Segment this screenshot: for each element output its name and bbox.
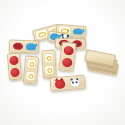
tile-half-apple (9, 55, 19, 67)
sheep-icon (26, 59, 37, 70)
domino-tile-6[interactable] (7, 52, 22, 80)
tile-half-sheep (43, 52, 54, 65)
domino-tile-8[interactable] (41, 50, 56, 79)
apple-icon (10, 67, 20, 77)
domino-tile-9[interactable] (58, 41, 76, 72)
domino-game-photo (0, 0, 125, 125)
sheep-icon (44, 65, 55, 76)
apple-icon (61, 58, 72, 68)
tile-half-sheep (44, 64, 55, 77)
domino-tile-5[interactable] (9, 39, 39, 53)
apple-icon (9, 56, 19, 66)
tile-half-whale (24, 42, 37, 51)
tile-half-ladybug (11, 42, 24, 51)
domino-tile-7[interactable] (23, 55, 39, 84)
panda-icon (70, 77, 81, 87)
tile-half-panda (67, 77, 83, 88)
tile-half-sheep (25, 70, 36, 83)
tile-half-whale (71, 27, 85, 36)
cat-icon (54, 79, 65, 89)
ladybug-icon (12, 43, 22, 50)
tile-half-sheep (26, 58, 37, 71)
tile-half-cat (52, 78, 68, 89)
whale-icon (72, 28, 82, 35)
domino-tile-10[interactable] (49, 75, 85, 92)
whale-icon (25, 43, 35, 50)
tile-half-apple (10, 66, 20, 78)
sheep-icon (43, 53, 54, 64)
tile-half-apple (61, 56, 73, 70)
sheep-icon (25, 71, 36, 82)
apple-icon (63, 45, 74, 55)
